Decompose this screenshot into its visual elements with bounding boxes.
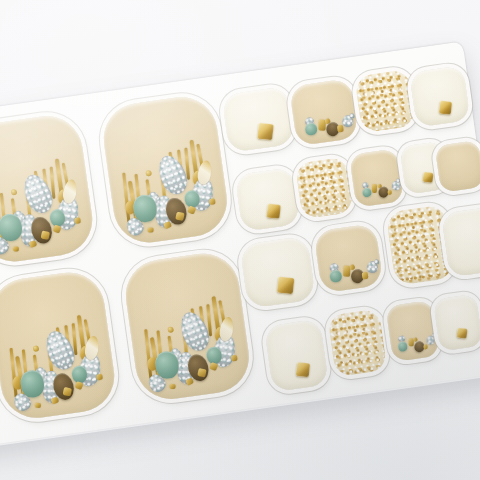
decor-chip: [209, 198, 216, 205]
nail-sticker-small-ivory-stud: [409, 65, 470, 127]
decor-chip: [40, 230, 49, 239]
decor-teal: [304, 122, 318, 136]
decor-chip: [423, 344, 428, 350]
stud-gold-square: [457, 328, 468, 339]
decor-chip: [52, 224, 61, 233]
nail-sticker-small-ivory-stud: [235, 167, 300, 232]
decor-chip: [74, 217, 81, 224]
nail-sticker-small-beige-gems: [385, 300, 439, 362]
decor-teal: [362, 187, 372, 197]
nail-sticker-large-toe: [121, 249, 253, 404]
decor-chip: [337, 125, 344, 133]
nail-sticker-large-toe: [0, 268, 119, 423]
decor-chip: [74, 381, 83, 390]
decor-dot: [33, 346, 40, 353]
decor-leaf: [374, 259, 380, 265]
nail-sticker-small-glitter: [295, 157, 354, 220]
nail-sticker-small-ivory-stud: [264, 319, 329, 392]
nail-sticker-small-beige-gems: [289, 78, 359, 146]
nail-sticker-small-glitter: [354, 69, 416, 133]
stud-gold-square: [296, 362, 310, 377]
stud-gold-square: [257, 123, 274, 140]
decor-chip: [163, 221, 172, 229]
decor-teal: [398, 341, 408, 351]
decor-dot: [167, 327, 174, 334]
decor-chip: [35, 403, 41, 408]
stud-gold-square: [266, 203, 281, 218]
stud-gold-square: [423, 172, 434, 183]
nail-sticker-large-toe: [0, 112, 97, 267]
decor-chip: [209, 362, 218, 371]
nail-sticker-small-ivory-stud: [433, 294, 480, 351]
sticker-card: [0, 41, 480, 452]
decor-chip: [187, 205, 196, 214]
nail-sticker-small-beige-gems: [313, 223, 383, 293]
decor-chip: [13, 246, 19, 251]
decor-chip: [50, 396, 59, 404]
decor-chip: [170, 384, 176, 389]
nail-sticker-large-toe: [99, 93, 231, 248]
decor-leaf: [431, 333, 435, 337]
decor-chip: [231, 354, 238, 361]
decor-leaf: [349, 113, 355, 119]
decor-dot: [145, 170, 152, 177]
decor-teal: [329, 269, 343, 283]
decor-chip: [148, 227, 154, 232]
nail-sticker-small-ivory-stud: [222, 86, 295, 153]
decor-chip: [387, 189, 392, 195]
decor-chip: [62, 387, 71, 396]
decor-chip: [197, 368, 206, 377]
nail-sticker-small-beige: [435, 140, 480, 193]
decor-chip: [96, 373, 103, 380]
nail-sticker-small-beige-gems: [349, 148, 404, 207]
nail-sticker-small-glitter: [327, 309, 387, 378]
product-photo: [0, 0, 480, 480]
nail-stickers-container: [0, 41, 480, 452]
decor-chip: [362, 271, 369, 279]
stud-gold-square: [276, 276, 293, 294]
stud-gold-square: [439, 100, 453, 114]
decor-chip: [175, 211, 184, 220]
nail-sticker-small-ivory-stud: [240, 236, 316, 309]
decor-dot: [11, 189, 18, 196]
